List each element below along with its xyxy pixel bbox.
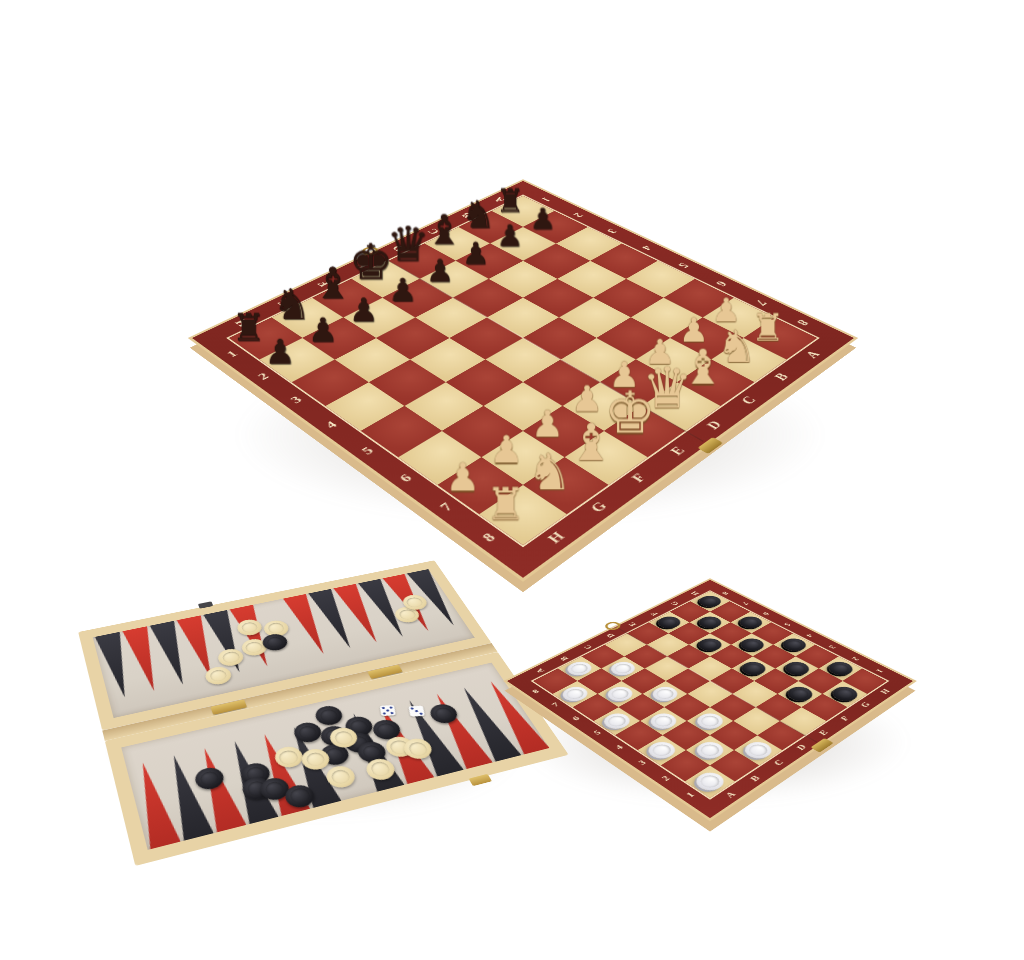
backgammon-checker-cream <box>382 735 417 760</box>
backgammon-point-black <box>160 752 214 841</box>
die <box>379 705 395 716</box>
backgammon-checker-black <box>291 720 325 744</box>
chess-piece-dark-P: ♟ <box>462 239 489 268</box>
backgammon-checker-black <box>240 775 275 802</box>
metal-latch <box>198 601 213 608</box>
chess-piece-light-R: ♜ <box>486 483 526 525</box>
checkers-square <box>688 681 733 707</box>
backgammon-point-red <box>424 691 492 769</box>
chess-piece-dark-P: ♟ <box>349 294 378 325</box>
chess-piece-dark-P: ♟ <box>426 256 454 286</box>
backgammon-checker-black <box>312 704 345 728</box>
die <box>408 705 425 716</box>
backgammon-checker-cream <box>400 736 436 761</box>
backgammon-point-red <box>369 704 434 784</box>
chess-piece-light-R: ♜ <box>752 311 785 346</box>
die-pip <box>411 707 414 709</box>
backgammon-checker-black <box>355 739 390 764</box>
backgammon-point-red <box>251 731 310 816</box>
backgammon-point-black <box>397 697 464 776</box>
backgammon-board <box>78 560 569 866</box>
chess-piece-light-P: ♟ <box>446 459 481 496</box>
checkers-square <box>688 656 732 681</box>
chess-square <box>559 298 631 338</box>
backgammon-checker-black <box>317 724 351 749</box>
backgammon-point-black <box>221 738 278 824</box>
backgammon-point-red <box>191 745 247 832</box>
chess-piece-dark-K: ♚ <box>349 239 393 286</box>
backgammon-checker-black <box>427 702 462 726</box>
chess-piece-dark-P: ♟ <box>530 205 556 233</box>
backgammon-checker-black <box>342 714 376 738</box>
die-pip <box>415 710 418 712</box>
backgammon-point-red <box>129 759 181 849</box>
chess-piece-dark-R: ♜ <box>232 311 265 346</box>
die-pip <box>389 707 392 709</box>
backgammon-checker-black <box>317 742 352 768</box>
backgammon-checker-cream <box>298 746 333 772</box>
backgammon-point-black <box>340 710 404 791</box>
backgammon-checker-black <box>239 761 273 788</box>
chess-piece-dark-P: ♟ <box>389 275 418 305</box>
backgammon-checker-cream <box>323 764 359 791</box>
die-pip <box>386 710 389 712</box>
chess-piece-light-P: ♟ <box>532 406 565 441</box>
chess-piece-dark-P: ♟ <box>265 336 296 368</box>
chess-piece-light-B: ♝ <box>568 419 614 468</box>
backgammon-checker-black <box>342 730 377 755</box>
backgammon-checker-black <box>369 718 404 742</box>
backgammon-checker-cream <box>363 756 399 782</box>
product-photo: 12345678A♜♟♟♜AB♞♟♟♞BC♝♟♟♝CD♛♟♟♛DE♚♟♟♚EF♝… <box>0 0 1024 960</box>
chess-piece-dark-P: ♟ <box>308 315 338 347</box>
die-pip <box>390 712 393 714</box>
backgammon-checker-black <box>257 775 292 802</box>
checkers-coordinate-label: 1 <box>862 661 898 681</box>
chess-piece-light-P: ♟ <box>490 432 524 468</box>
backgammon-point-black <box>452 685 522 762</box>
chess-piece-dark-Q: ♛ <box>387 222 430 268</box>
backgammon-checker-black <box>282 782 318 810</box>
die-pip <box>419 712 422 714</box>
backgammon-checker-black <box>192 765 226 792</box>
backgammon-checker-cream <box>327 726 361 751</box>
chess-piece-light-P: ♟ <box>571 381 603 415</box>
die-pip <box>382 707 385 709</box>
chess-piece-dark-P: ♟ <box>497 222 524 250</box>
backgammon-checker-cream <box>271 745 305 771</box>
chess-piece-light-N: ♞ <box>527 448 572 496</box>
chess-board: 12345678A♜♟♟♜AB♞♟♟♞BC♝♟♟♝CD♛♟♟♛DE♚♟♟♚EF♝… <box>188 179 858 581</box>
backgammon-point-black <box>281 724 342 808</box>
die-pip <box>383 712 386 714</box>
